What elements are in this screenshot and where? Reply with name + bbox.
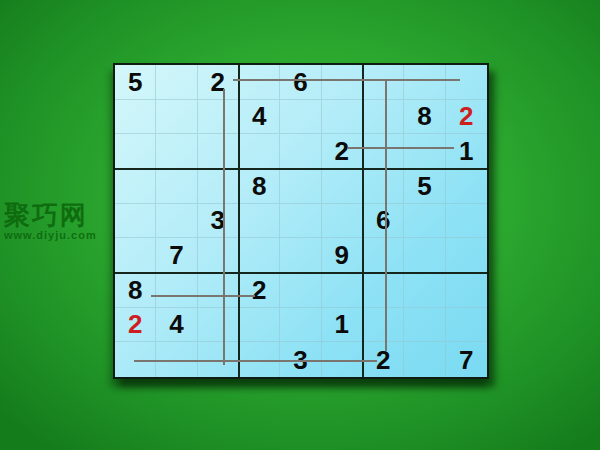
- digit-given: 4: [252, 103, 266, 129]
- cell-r5c8[interactable]: [404, 204, 445, 239]
- cell-r7c1[interactable]: 8: [115, 273, 156, 308]
- cell-r3c6[interactable]: 2: [322, 134, 363, 169]
- cell-r4c9[interactable]: [446, 169, 487, 204]
- cell-r5c7[interactable]: 6: [363, 204, 404, 239]
- cell-r6c8[interactable]: [404, 238, 445, 273]
- cell-r5c5[interactable]: [280, 204, 321, 239]
- page-background: 聚巧网 www.diyju.com 5264822185367982241327: [0, 0, 600, 450]
- cell-r4c7[interactable]: [363, 169, 404, 204]
- cell-r8c6[interactable]: 1: [322, 308, 363, 343]
- cell-r8c5[interactable]: [280, 308, 321, 343]
- digit-given: 9: [335, 242, 349, 268]
- cell-r6c6[interactable]: 9: [322, 238, 363, 273]
- box-border-vertical-2: [362, 65, 364, 377]
- cell-r2c7[interactable]: [363, 100, 404, 135]
- cell-r2c3[interactable]: [198, 100, 239, 135]
- box-border-horizontal-2: [115, 272, 487, 274]
- cell-r7c9[interactable]: [446, 273, 487, 308]
- cell-r8c9[interactable]: [446, 308, 487, 343]
- digit-highlighted: 2: [128, 311, 142, 337]
- cell-r6c1[interactable]: [115, 238, 156, 273]
- digit-given: 2: [252, 277, 266, 303]
- cell-r3c9[interactable]: 1: [446, 134, 487, 169]
- cell-r6c4[interactable]: [239, 238, 280, 273]
- cell-r5c1[interactable]: [115, 204, 156, 239]
- cell-r3c3[interactable]: [198, 134, 239, 169]
- digit-given: 1: [335, 311, 349, 337]
- digit-given: 6: [293, 69, 307, 95]
- digit-given: 7: [459, 347, 473, 373]
- digit-given: 2: [376, 347, 390, 373]
- cell-r9c9[interactable]: 7: [446, 342, 487, 377]
- cell-r8c7[interactable]: [363, 308, 404, 343]
- pencil-line-3: [151, 295, 255, 297]
- cell-r6c2[interactable]: 7: [156, 238, 197, 273]
- cell-r8c3[interactable]: [198, 308, 239, 343]
- digit-given: 4: [169, 311, 183, 337]
- cell-r7c4[interactable]: 2: [239, 273, 280, 308]
- sudoku-board: 5264822185367982241327: [113, 63, 489, 379]
- cell-r7c3[interactable]: [198, 273, 239, 308]
- cell-r2c5[interactable]: [280, 100, 321, 135]
- cell-r4c2[interactable]: [156, 169, 197, 204]
- cell-r7c8[interactable]: [404, 273, 445, 308]
- cell-r6c5[interactable]: [280, 238, 321, 273]
- cell-r2c1[interactable]: [115, 100, 156, 135]
- cell-r1c7[interactable]: [363, 65, 404, 100]
- cell-r7c7[interactable]: [363, 273, 404, 308]
- pencil-line-4: [134, 360, 377, 362]
- digit-given: 1: [459, 138, 473, 164]
- digit-highlighted: 2: [459, 103, 473, 129]
- cell-r5c6[interactable]: [322, 204, 363, 239]
- cell-r8c4[interactable]: [239, 308, 280, 343]
- cell-r7c2[interactable]: [156, 273, 197, 308]
- cell-r8c1[interactable]: 2: [115, 308, 156, 343]
- cell-r1c3[interactable]: 2: [198, 65, 239, 100]
- digit-given: 7: [169, 242, 183, 268]
- digit-given: 5: [128, 69, 142, 95]
- cell-r6c7[interactable]: [363, 238, 404, 273]
- cell-r2c6[interactable]: [322, 100, 363, 135]
- box-border-horizontal-1: [115, 168, 487, 170]
- cell-r6c9[interactable]: [446, 238, 487, 273]
- pencil-line-2: [348, 147, 454, 149]
- cell-r9c8[interactable]: [404, 342, 445, 377]
- watermark: 聚巧网 www.diyju.com: [4, 201, 97, 242]
- cell-r4c1[interactable]: [115, 169, 156, 204]
- cell-r1c1[interactable]: 5: [115, 65, 156, 100]
- cell-r5c3[interactable]: 3: [198, 204, 239, 239]
- cell-r4c3[interactable]: [198, 169, 239, 204]
- cell-r6c3[interactable]: [198, 238, 239, 273]
- cell-r2c4[interactable]: 4: [239, 100, 280, 135]
- cell-r2c8[interactable]: 8: [404, 100, 445, 135]
- digit-given: 8: [417, 103, 431, 129]
- digit-given: 8: [252, 173, 266, 199]
- pencil-line-1: [233, 79, 460, 81]
- board-cells: 5264822185367982241327: [115, 65, 487, 377]
- cell-r1c2[interactable]: [156, 65, 197, 100]
- cell-r8c2[interactable]: 4: [156, 308, 197, 343]
- cell-r1c8[interactable]: [404, 65, 445, 100]
- cell-r3c7[interactable]: [363, 134, 404, 169]
- cell-r1c6[interactable]: [322, 65, 363, 100]
- cell-r3c5[interactable]: [280, 134, 321, 169]
- cell-r7c6[interactable]: [322, 273, 363, 308]
- box-border-vertical-1: [238, 65, 240, 377]
- cell-r4c8[interactable]: 5: [404, 169, 445, 204]
- cell-r3c4[interactable]: [239, 134, 280, 169]
- cell-r7c5[interactable]: [280, 273, 321, 308]
- digit-given: 8: [128, 277, 142, 303]
- digit-given: 5: [417, 173, 431, 199]
- cell-r3c1[interactable]: [115, 134, 156, 169]
- cell-r1c4[interactable]: [239, 65, 280, 100]
- cell-r8c8[interactable]: [404, 308, 445, 343]
- pencil-line-5: [223, 89, 225, 365]
- digit-given: 2: [335, 138, 349, 164]
- cell-r3c8[interactable]: [404, 134, 445, 169]
- pencil-line-6: [385, 79, 387, 351]
- watermark-site-url: www.diyju.com: [4, 229, 97, 242]
- watermark-site-name: 聚巧网: [4, 201, 97, 229]
- cell-r1c5[interactable]: 6: [280, 65, 321, 100]
- cell-r2c2[interactable]: [156, 100, 197, 135]
- cell-r3c2[interactable]: [156, 134, 197, 169]
- cell-r1c9[interactable]: [446, 65, 487, 100]
- cell-r4c6[interactable]: [322, 169, 363, 204]
- cell-r5c9[interactable]: [446, 204, 487, 239]
- cell-r5c4[interactable]: [239, 204, 280, 239]
- cell-r4c4[interactable]: 8: [239, 169, 280, 204]
- cell-r4c5[interactable]: [280, 169, 321, 204]
- cell-r5c2[interactable]: [156, 204, 197, 239]
- cell-r2c9[interactable]: 2: [446, 100, 487, 135]
- digit-given: 6: [376, 207, 390, 233]
